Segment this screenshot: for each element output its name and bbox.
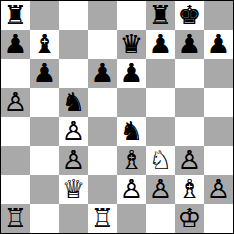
square-f4[interactable] <box>146 117 175 146</box>
square-f2[interactable]: ♙ <box>146 175 175 204</box>
black-rook: ♜ <box>4 1 27 30</box>
square-f8[interactable]: ♜ <box>146 1 175 30</box>
square-a8[interactable]: ♜ <box>1 1 30 30</box>
square-b5[interactable] <box>30 88 59 117</box>
square-c2[interactable]: ♕ <box>59 175 88 204</box>
square-e2[interactable]: ♙ <box>117 175 146 204</box>
square-b1[interactable] <box>30 204 59 233</box>
square-d8[interactable] <box>88 1 117 30</box>
square-e4[interactable]: ♞ <box>117 117 146 146</box>
square-a5[interactable]: ♙ <box>1 88 30 117</box>
black-pawn: ♟ <box>207 30 230 59</box>
black-pawn: ♟ <box>120 59 143 88</box>
square-a6[interactable] <box>1 59 30 88</box>
square-d6[interactable]: ♟ <box>88 59 117 88</box>
white-pawn: ♙ <box>4 88 27 117</box>
square-d5[interactable] <box>88 88 117 117</box>
square-g8[interactable]: ♚ <box>175 1 204 30</box>
square-g3[interactable]: ♙ <box>175 146 204 175</box>
white-pawn: ♙ <box>149 175 172 204</box>
square-d2[interactable] <box>88 175 117 204</box>
black-king: ♚ <box>178 1 201 30</box>
square-g1[interactable]: ♔ <box>175 204 204 233</box>
square-h3[interactable] <box>204 146 233 175</box>
square-d4[interactable] <box>88 117 117 146</box>
square-h7[interactable]: ♟ <box>204 30 233 59</box>
chess-board: ♜♜♚♟♝♛♟♟♟♟♟♟♙♞♙♞♙♗♘♙♕♙♙♗♙♖♖♔ <box>0 0 234 234</box>
black-queen: ♛ <box>120 30 143 59</box>
black-pawn: ♟ <box>33 59 56 88</box>
square-b6[interactable]: ♟ <box>30 59 59 88</box>
square-d3[interactable] <box>88 146 117 175</box>
square-f3[interactable]: ♘ <box>146 146 175 175</box>
black-knight: ♞ <box>62 88 85 117</box>
square-b4[interactable] <box>30 117 59 146</box>
square-a2[interactable] <box>1 175 30 204</box>
square-a3[interactable] <box>1 146 30 175</box>
square-e7[interactable]: ♛ <box>117 30 146 59</box>
square-b2[interactable] <box>30 175 59 204</box>
square-e6[interactable]: ♟ <box>117 59 146 88</box>
square-c3[interactable]: ♙ <box>59 146 88 175</box>
square-c6[interactable] <box>59 59 88 88</box>
square-e1[interactable] <box>117 204 146 233</box>
square-a7[interactable]: ♟ <box>1 30 30 59</box>
square-e5[interactable] <box>117 88 146 117</box>
white-queen: ♕ <box>62 175 85 204</box>
black-pawn: ♟ <box>178 30 201 59</box>
square-g2[interactable]: ♗ <box>175 175 204 204</box>
square-e3[interactable]: ♗ <box>117 146 146 175</box>
white-bishop: ♗ <box>120 146 143 175</box>
square-f5[interactable] <box>146 88 175 117</box>
square-a1[interactable]: ♖ <box>1 204 30 233</box>
square-b8[interactable] <box>30 1 59 30</box>
square-d7[interactable] <box>88 30 117 59</box>
white-pawn: ♙ <box>207 175 230 204</box>
square-a4[interactable] <box>1 117 30 146</box>
black-pawn: ♟ <box>91 59 114 88</box>
white-knight: ♘ <box>149 146 172 175</box>
white-pawn: ♙ <box>178 146 201 175</box>
white-king: ♔ <box>178 204 201 233</box>
square-h5[interactable] <box>204 88 233 117</box>
square-g5[interactable] <box>175 88 204 117</box>
square-d1[interactable]: ♖ <box>88 204 117 233</box>
square-h1[interactable] <box>204 204 233 233</box>
white-pawn: ♙ <box>120 175 143 204</box>
square-h4[interactable] <box>204 117 233 146</box>
chess-diagram: ♜♜♚♟♝♛♟♟♟♟♟♟♙♞♙♞♙♗♘♙♕♙♙♗♙♖♖♔ <box>0 0 234 234</box>
black-rook: ♜ <box>149 1 172 30</box>
square-b3[interactable] <box>30 146 59 175</box>
square-h8[interactable] <box>204 1 233 30</box>
black-bishop: ♝ <box>33 30 56 59</box>
square-e8[interactable] <box>117 1 146 30</box>
white-rook: ♖ <box>91 204 114 233</box>
square-c1[interactable] <box>59 204 88 233</box>
white-pawn: ♙ <box>62 117 85 146</box>
square-c7[interactable] <box>59 30 88 59</box>
square-g6[interactable] <box>175 59 204 88</box>
square-g4[interactable] <box>175 117 204 146</box>
square-h2[interactable]: ♙ <box>204 175 233 204</box>
square-b7[interactable]: ♝ <box>30 30 59 59</box>
square-h6[interactable] <box>204 59 233 88</box>
square-c4[interactable]: ♙ <box>59 117 88 146</box>
square-f6[interactable] <box>146 59 175 88</box>
black-pawn: ♟ <box>149 30 172 59</box>
square-c5[interactable]: ♞ <box>59 88 88 117</box>
square-g7[interactable]: ♟ <box>175 30 204 59</box>
square-c8[interactable] <box>59 1 88 30</box>
white-bishop: ♗ <box>178 175 201 204</box>
white-rook: ♖ <box>4 204 27 233</box>
square-f1[interactable] <box>146 204 175 233</box>
black-knight: ♞ <box>120 117 143 146</box>
white-pawn: ♙ <box>62 146 85 175</box>
square-f7[interactable]: ♟ <box>146 30 175 59</box>
black-pawn: ♟ <box>4 30 27 59</box>
